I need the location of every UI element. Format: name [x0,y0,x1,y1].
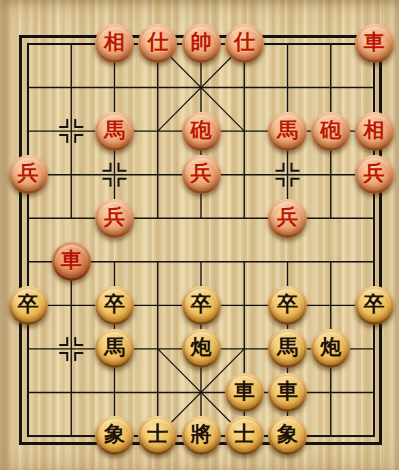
red-piece-face: 車 [55,245,88,278]
black-piece-face: 卒 [271,289,304,322]
black-chariot-g8[interactable]: 車 [268,373,307,412]
piece-glyph: 相 [364,120,385,141]
black-elephant-c9[interactable]: 象 [95,416,134,455]
red-soldier-i3[interactable]: 兵 [355,155,394,194]
red-piece-face: 兵 [185,158,218,191]
red-horse-g2[interactable]: 馬 [268,112,307,151]
piece-glyph: 卒 [364,294,385,315]
black-piece-face: 炮 [185,332,218,365]
piece-glyph: 兵 [18,163,39,184]
black-piece-face: 車 [228,376,261,409]
piece-glyph: 兵 [104,207,125,228]
red-piece-face: 砲 [185,115,218,148]
red-piece-face: 馬 [271,115,304,148]
piece-glyph: 帥 [191,32,212,53]
piece-glyph: 車 [277,381,298,402]
black-piece-face: 卒 [358,289,391,322]
black-cannon-e7[interactable]: 炮 [182,329,221,368]
piece-glyph: 砲 [191,120,212,141]
piece-glyph: 卒 [191,294,212,315]
piece-glyph: 仕 [147,32,168,53]
piece-glyph: 砲 [320,120,341,141]
red-piece-face: 相 [358,115,391,148]
black-piece-face: 卒 [185,289,218,322]
red-elephant-c0[interactable]: 相 [95,24,134,63]
red-cannon-e2[interactable]: 砲 [182,112,221,151]
black-piece-face: 卒 [12,289,45,322]
piece-glyph: 兵 [364,163,385,184]
red-horse-c2[interactable]: 馬 [95,112,134,151]
black-piece-face: 將 [185,419,218,452]
piece-glyph: 士 [147,424,168,445]
black-advisor-d9[interactable]: 士 [138,416,177,455]
black-soldier-e6[interactable]: 卒 [182,286,221,325]
black-piece-face: 馬 [271,332,304,365]
black-piece-face: 車 [271,376,304,409]
black-cannon-h7[interactable]: 炮 [311,329,350,368]
red-soldier-e3[interactable]: 兵 [182,155,221,194]
black-piece-face: 象 [271,419,304,452]
black-piece-face: 士 [141,419,174,452]
black-piece-face: 象 [98,419,131,452]
red-advisor-f0[interactable]: 仕 [225,24,264,63]
black-general-e9[interactable]: 將 [182,416,221,455]
red-piece-face: 帥 [185,27,218,60]
black-soldier-c6[interactable]: 卒 [95,286,134,325]
red-soldier-a3[interactable]: 兵 [9,155,48,194]
red-soldier-g4[interactable]: 兵 [268,199,307,238]
black-piece-face: 炮 [314,332,347,365]
black-piece-face: 馬 [98,332,131,365]
piece-glyph: 車 [364,32,385,53]
red-piece-face: 兵 [12,158,45,191]
black-horse-c7[interactable]: 馬 [95,329,134,368]
piece-glyph: 兵 [277,207,298,228]
piece-glyph: 車 [234,381,255,402]
red-piece-face: 馬 [98,115,131,148]
piece-glyph: 士 [234,424,255,445]
red-elephant-i2[interactable]: 相 [355,112,394,151]
piece-glyph: 炮 [191,337,212,358]
red-piece-face: 仕 [141,27,174,60]
piece-glyph: 馬 [277,120,298,141]
xiangqi-board: 相仕帥仕車馬砲馬砲相兵兵兵兵兵車卒卒卒卒卒馬炮馬炮車車象士將士象 [0,0,399,470]
red-soldier-c4[interactable]: 兵 [95,199,134,238]
red-general-e0[interactable]: 帥 [182,24,221,63]
piece-glyph: 相 [104,32,125,53]
red-piece-face: 相 [98,27,131,60]
black-soldier-g6[interactable]: 卒 [268,286,307,325]
piece-glyph: 馬 [104,337,125,358]
black-piece-face: 士 [228,419,261,452]
black-horse-g7[interactable]: 馬 [268,329,307,368]
red-piece-face: 兵 [271,202,304,235]
piece-glyph: 卒 [18,294,39,315]
board-grid[interactable]: 相仕帥仕車馬砲馬砲相兵兵兵兵兵車卒卒卒卒卒馬炮馬炮車車象士將士象 [6,22,395,457]
piece-glyph: 車 [61,250,82,271]
piece-glyph: 將 [191,424,212,445]
piece-glyph: 象 [104,424,125,445]
piece-glyph: 馬 [104,120,125,141]
piece-glyph: 卒 [104,294,125,315]
red-piece-face: 砲 [314,115,347,148]
black-advisor-f9[interactable]: 士 [225,416,264,455]
piece-glyph: 馬 [277,337,298,358]
piece-glyph: 卒 [277,294,298,315]
piece-glyph: 兵 [191,163,212,184]
red-chariot-i0[interactable]: 車 [355,24,394,63]
red-advisor-d0[interactable]: 仕 [138,24,177,63]
black-piece-face: 卒 [98,289,131,322]
red-piece-face: 兵 [98,202,131,235]
red-cannon-h2[interactable]: 砲 [311,112,350,151]
black-soldier-a6[interactable]: 卒 [9,286,48,325]
red-piece-face: 兵 [358,158,391,191]
black-chariot-f8[interactable]: 車 [225,373,264,412]
piece-glyph: 仕 [234,32,255,53]
piece-glyph: 象 [277,424,298,445]
red-piece-face: 車 [358,27,391,60]
piece-glyph: 炮 [320,337,341,358]
red-piece-face: 仕 [228,27,261,60]
black-soldier-i6[interactable]: 卒 [355,286,394,325]
red-chariot-b5[interactable]: 車 [52,242,91,281]
black-elephant-g9[interactable]: 象 [268,416,307,455]
